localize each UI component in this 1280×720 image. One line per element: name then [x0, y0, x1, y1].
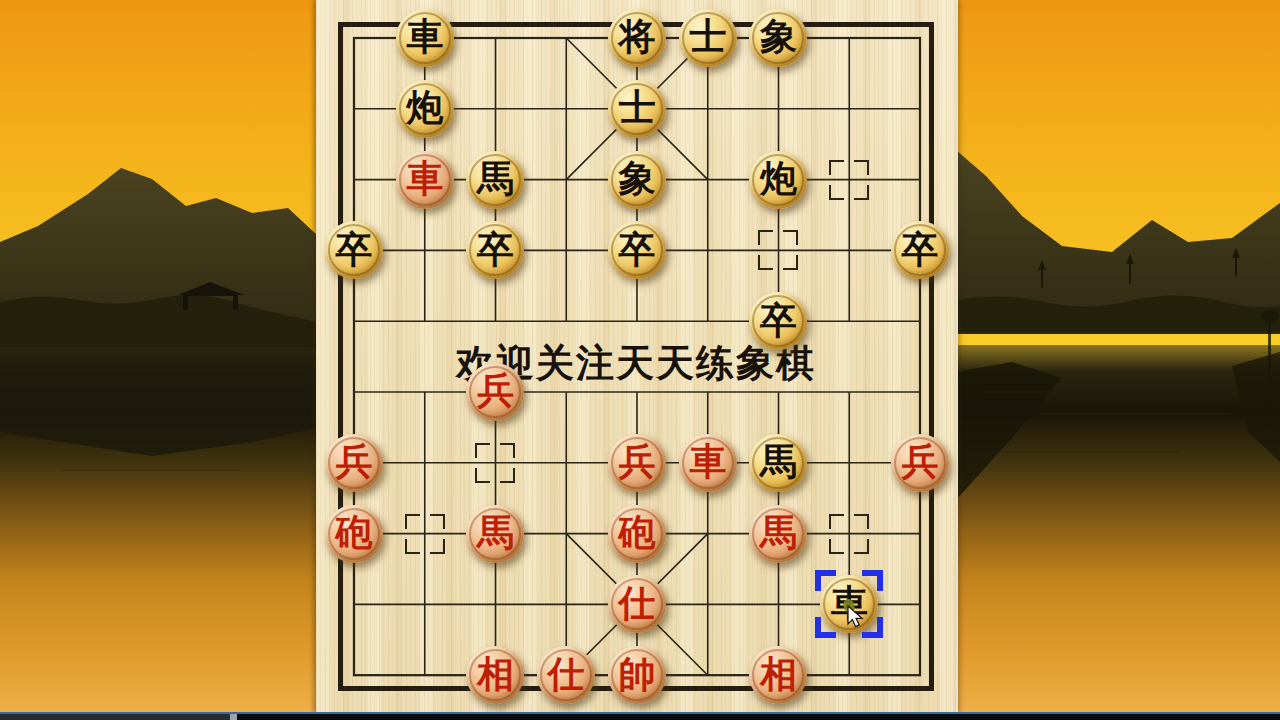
point-marker — [405, 514, 445, 554]
piece-red-cannon[interactable]: 砲 — [608, 505, 666, 563]
corner-bracket — [862, 570, 883, 591]
corner-bracket — [500, 468, 515, 483]
corner-bracket — [854, 539, 869, 554]
piece-black-horse[interactable]: 馬 — [749, 434, 807, 492]
progress-tick[interactable] — [230, 714, 237, 720]
piece-black-pawn[interactable]: 卒 — [608, 221, 666, 279]
cursor-arrow — [848, 606, 862, 627]
corner-bracket — [430, 539, 445, 554]
piece-red-pawn[interactable]: 兵 — [608, 434, 666, 492]
piece-black-pawn[interactable]: 卒 — [891, 221, 949, 279]
piece-black-advisor[interactable]: 士 — [679, 9, 737, 67]
corner-bracket — [783, 230, 798, 245]
piece-character: 相 — [477, 656, 514, 693]
piece-character: 車 — [406, 160, 443, 197]
corner-bracket — [829, 185, 844, 200]
corner-bracket — [815, 617, 836, 638]
corner-bracket — [854, 160, 869, 175]
corner-bracket — [783, 255, 798, 270]
point-marker — [475, 443, 515, 483]
piece-character: 士 — [689, 18, 726, 55]
corner-bracket — [500, 443, 515, 458]
piece-character: 馬 — [760, 443, 797, 480]
piece-red-elephant[interactable]: 相 — [749, 646, 807, 704]
piece-character: 象 — [760, 18, 797, 55]
corner-bracket — [475, 443, 490, 458]
corner-bracket — [758, 255, 773, 270]
piece-character: 馬 — [760, 514, 797, 551]
piece-character: 兵 — [335, 443, 372, 480]
point-marker — [829, 160, 869, 200]
piece-character: 炮 — [760, 160, 797, 197]
piece-character: 卒 — [477, 231, 514, 268]
corner-bracket — [854, 185, 869, 200]
piece-character: 車 — [689, 443, 726, 480]
piece-red-pawn[interactable]: 兵 — [466, 363, 524, 421]
corner-bracket — [815, 570, 836, 591]
piece-black-cannon[interactable]: 炮 — [396, 80, 454, 138]
piece-character: 仕 — [618, 585, 655, 622]
piece-black-elephant[interactable]: 象 — [608, 151, 666, 209]
corner-bracket — [829, 514, 844, 529]
piece-character: 砲 — [335, 514, 372, 551]
video-progress-bar[interactable] — [0, 712, 1280, 720]
piece-character: 兵 — [477, 372, 514, 409]
corner-bracket — [405, 514, 420, 529]
corner-bracket — [405, 539, 420, 554]
corner-bracket — [829, 539, 844, 554]
piece-character: 卒 — [618, 231, 655, 268]
corner-bracket — [475, 468, 490, 483]
piece-red-king[interactable]: 帥 — [608, 646, 666, 704]
piece-red-horse[interactable]: 馬 — [466, 505, 524, 563]
piece-red-pawn[interactable]: 兵 — [325, 434, 383, 492]
corner-bracket — [854, 514, 869, 529]
piece-red-chariot[interactable]: 車 — [679, 434, 737, 492]
piece-character: 帥 — [618, 656, 655, 693]
piece-red-elephant[interactable]: 相 — [466, 646, 524, 704]
piece-character: 砲 — [618, 514, 655, 551]
piece-black-pawn[interactable]: 卒 — [325, 221, 383, 279]
piece-black-pawn[interactable]: 卒 — [466, 221, 524, 279]
piece-red-advisor[interactable]: 仕 — [608, 575, 666, 633]
piece-red-advisor[interactable]: 仕 — [537, 646, 595, 704]
point-marker — [829, 514, 869, 554]
mouse-cursor — [839, 596, 869, 634]
corner-bracket — [829, 160, 844, 175]
piece-red-pawn[interactable]: 兵 — [891, 434, 949, 492]
piece-character: 仕 — [548, 656, 585, 693]
piece-character: 兵 — [901, 443, 938, 480]
piece-black-horse[interactable]: 馬 — [466, 151, 524, 209]
piece-red-horse[interactable]: 馬 — [749, 505, 807, 563]
piece-black-king[interactable]: 将 — [608, 9, 666, 67]
piece-black-elephant[interactable]: 象 — [749, 9, 807, 67]
piece-black-pawn[interactable]: 卒 — [749, 292, 807, 350]
piece-black-cannon[interactable]: 炮 — [749, 151, 807, 209]
piece-red-chariot[interactable]: 車 — [396, 151, 454, 209]
piece-character: 車 — [406, 18, 443, 55]
piece-black-chariot[interactable]: 車 — [396, 9, 454, 67]
piece-character: 将 — [618, 18, 655, 55]
corner-bracket — [430, 514, 445, 529]
piece-character: 象 — [618, 160, 655, 197]
piece-character: 相 — [760, 656, 797, 693]
piece-character: 兵 — [618, 443, 655, 480]
point-marker — [758, 230, 798, 270]
piece-character: 馬 — [477, 160, 514, 197]
piece-character: 士 — [618, 89, 655, 126]
piece-red-cannon[interactable]: 砲 — [325, 505, 383, 563]
piece-character: 卒 — [335, 231, 372, 268]
progress-watched-segment — [0, 714, 230, 720]
piece-character: 卒 — [901, 231, 938, 268]
piece-character: 炮 — [406, 89, 443, 126]
corner-bracket — [758, 230, 773, 245]
piece-character: 馬 — [477, 514, 514, 551]
piece-character: 卒 — [760, 302, 797, 339]
piece-black-advisor[interactable]: 士 — [608, 80, 666, 138]
